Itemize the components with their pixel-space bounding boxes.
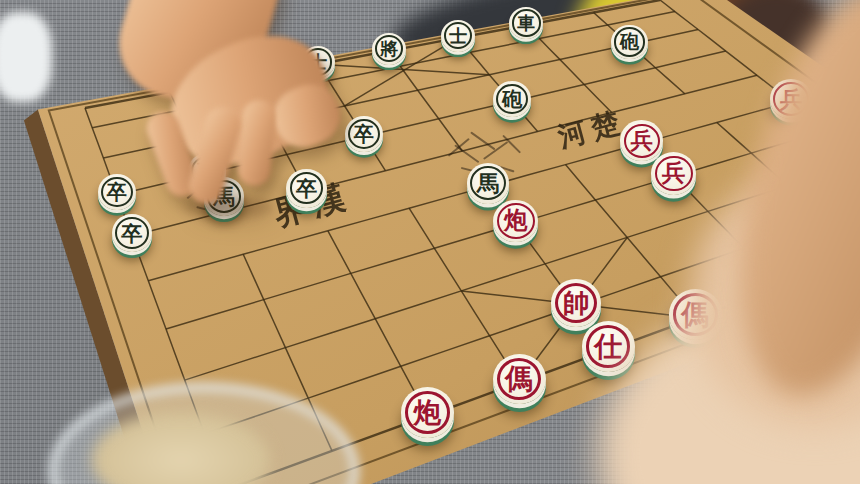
piece-black-advisor[interactable]: 士 bbox=[301, 46, 335, 78]
xiangqi-game-photo: 河楚界漢象士將士車砲砲卒卒卒卒卒馬馬兵兵炮兵兵帥炮傌仕傌相 bbox=[0, 0, 860, 484]
piece-ring: 砲 bbox=[496, 84, 528, 115]
piece-red-advisor[interactable]: 仕 bbox=[582, 321, 635, 371]
piece-ring: 炮 bbox=[497, 203, 535, 239]
piece-ring: 馬 bbox=[207, 180, 241, 212]
piece-character: 象 bbox=[237, 67, 255, 85]
piece-ring: 馬 bbox=[470, 166, 506, 200]
piece-character: 卒 bbox=[107, 182, 127, 202]
piece-black-soldier[interactable]: 卒 bbox=[345, 116, 383, 152]
piece-black-soldier[interactable]: 卒 bbox=[286, 169, 326, 207]
piece-ring: 車 bbox=[512, 9, 541, 36]
piece-character: 仕 bbox=[594, 333, 622, 361]
piece-black-general[interactable]: 將 bbox=[372, 33, 406, 65]
piece-black-soldier[interactable]: 卒 bbox=[112, 214, 152, 252]
piece-character: 士 bbox=[449, 27, 467, 45]
piece-ring: 兵 bbox=[624, 124, 660, 158]
piece-character: 車 bbox=[517, 14, 535, 32]
piece-ring: 將 bbox=[375, 35, 404, 62]
piece-character: 炮 bbox=[414, 399, 442, 427]
piece-character: 兵 bbox=[630, 130, 652, 152]
piece-character: 砲 bbox=[620, 33, 639, 52]
piece-character: 卒 bbox=[296, 178, 317, 199]
piece-black-horse[interactable]: 馬 bbox=[204, 177, 244, 215]
piece-character: 卒 bbox=[121, 223, 142, 244]
piece-black-cannon[interactable]: 砲 bbox=[611, 25, 647, 60]
piece-red-cannon[interactable]: 炮 bbox=[401, 387, 454, 437]
piece-ring: 卒 bbox=[290, 172, 324, 204]
piece-black-advisor[interactable]: 士 bbox=[441, 20, 475, 52]
piece-ring: 砲 bbox=[614, 27, 645, 56]
piece-ring: 兵 bbox=[655, 156, 693, 192]
piece-ring: 炮 bbox=[405, 391, 450, 433]
piece-black-cannon[interactable]: 砲 bbox=[493, 81, 531, 117]
piece-character: 將 bbox=[380, 40, 398, 58]
piece-black-horse[interactable]: 馬 bbox=[467, 163, 510, 203]
piece-red-soldier[interactable]: 兵 bbox=[620, 120, 663, 160]
piece-black-elephant[interactable]: 象 bbox=[229, 60, 263, 92]
piece-character: 馬 bbox=[214, 186, 235, 207]
piece-red-soldier[interactable]: 兵 bbox=[651, 152, 696, 195]
piece-black-soldier[interactable]: 卒 bbox=[98, 174, 136, 210]
piece-ring: 傌 bbox=[497, 358, 542, 400]
piece-ring: 士 bbox=[304, 48, 333, 75]
piece-red-horse[interactable]: 傌 bbox=[493, 354, 546, 404]
piece-character: 馬 bbox=[477, 172, 499, 194]
piece-character: 傌 bbox=[505, 365, 533, 393]
piece-ring: 卒 bbox=[101, 177, 133, 208]
piece-character: 兵 bbox=[662, 162, 686, 186]
piece-red-cannon[interactable]: 炮 bbox=[493, 200, 538, 243]
piece-character: 炮 bbox=[504, 209, 528, 233]
piece-red-general[interactable]: 帥 bbox=[551, 279, 601, 327]
piece-ring: 仕 bbox=[586, 325, 631, 367]
piece-character: 帥 bbox=[563, 290, 589, 316]
piece-character: 卒 bbox=[354, 124, 374, 144]
piece-character: 士 bbox=[309, 53, 327, 71]
piece-ring: 象 bbox=[231, 62, 260, 89]
piece-ring: 士 bbox=[444, 22, 473, 49]
piece-character: 砲 bbox=[502, 89, 522, 109]
piece-ring: 卒 bbox=[348, 119, 380, 150]
piece-ring: 卒 bbox=[115, 217, 149, 249]
piece-ring: 帥 bbox=[555, 283, 597, 323]
